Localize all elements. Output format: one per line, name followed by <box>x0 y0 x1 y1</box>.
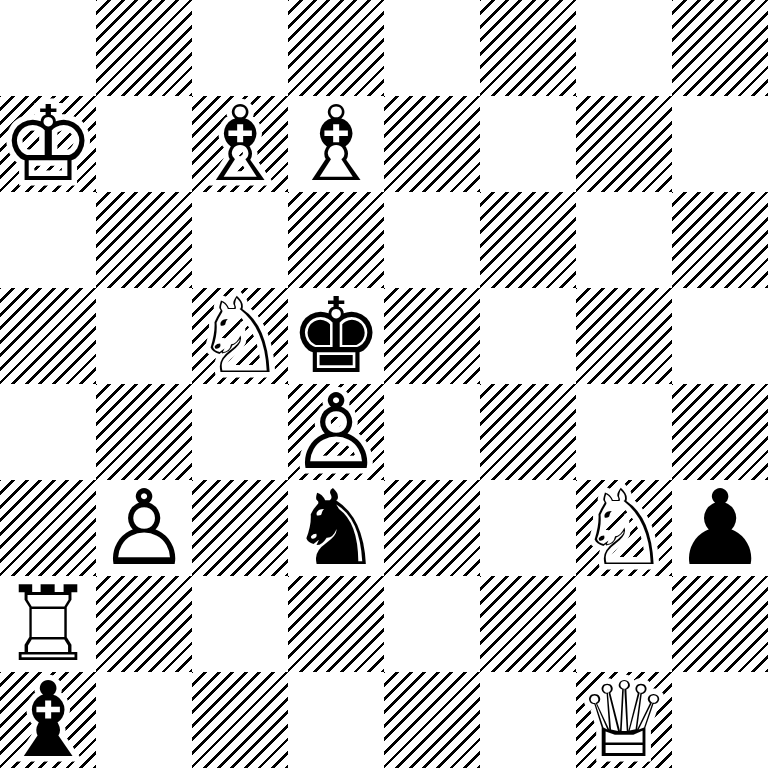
piece-white-king[interactable]: ♔ <box>0 96 96 192</box>
square-d6[interactable] <box>288 192 384 288</box>
square-c3[interactable] <box>192 480 288 576</box>
square-e3[interactable] <box>384 480 480 576</box>
white-knight-halo: ♘ <box>576 480 672 576</box>
square-g6[interactable] <box>576 192 672 288</box>
square-h6[interactable] <box>672 192 768 288</box>
square-e4[interactable] <box>384 384 480 480</box>
square-a1[interactable]: ♝♝ <box>0 672 96 768</box>
square-g8[interactable] <box>576 0 672 96</box>
square-e5[interactable] <box>384 288 480 384</box>
piece-white-rook[interactable]: ♖ <box>0 576 96 672</box>
piece-white-pawn[interactable]: ♙ <box>96 480 192 576</box>
square-f6[interactable] <box>480 192 576 288</box>
square-b6[interactable] <box>96 192 192 288</box>
square-h3[interactable]: ♟♟ <box>672 480 768 576</box>
square-b7[interactable] <box>96 96 192 192</box>
black-pawn-halo: ♟ <box>672 480 768 576</box>
square-e2[interactable] <box>384 576 480 672</box>
square-d3[interactable]: ♞♞ <box>288 480 384 576</box>
square-c7[interactable]: ♗♗ <box>192 96 288 192</box>
square-h4[interactable] <box>672 384 768 480</box>
square-f3[interactable] <box>480 480 576 576</box>
square-d8[interactable] <box>288 0 384 96</box>
white-pawn-halo: ♙ <box>288 384 384 480</box>
square-a8[interactable] <box>0 0 96 96</box>
square-h8[interactable] <box>672 0 768 96</box>
square-f8[interactable] <box>480 0 576 96</box>
square-b1[interactable] <box>96 672 192 768</box>
square-b5[interactable] <box>96 288 192 384</box>
white-knight-halo: ♘ <box>192 288 288 384</box>
black-king-halo: ♚ <box>288 288 384 384</box>
black-knight-halo: ♞ <box>288 480 384 576</box>
square-c1[interactable] <box>192 672 288 768</box>
square-h2[interactable] <box>672 576 768 672</box>
square-b4[interactable] <box>96 384 192 480</box>
piece-white-pawn[interactable]: ♙ <box>288 384 384 480</box>
square-f1[interactable] <box>480 672 576 768</box>
square-c2[interactable] <box>192 576 288 672</box>
square-b8[interactable] <box>96 0 192 96</box>
square-f7[interactable] <box>480 96 576 192</box>
piece-black-king[interactable]: ♚ <box>288 288 384 384</box>
square-a7[interactable]: ♔♔ <box>0 96 96 192</box>
square-g4[interactable] <box>576 384 672 480</box>
square-a2[interactable]: ♖♖ <box>0 576 96 672</box>
square-a6[interactable] <box>0 192 96 288</box>
square-a5[interactable] <box>0 288 96 384</box>
square-c4[interactable] <box>192 384 288 480</box>
piece-white-knight[interactable]: ♘ <box>192 288 288 384</box>
square-d1[interactable] <box>288 672 384 768</box>
square-b3[interactable]: ♙♙ <box>96 480 192 576</box>
white-bishop-halo: ♗ <box>288 96 384 192</box>
white-bishop-halo: ♗ <box>192 96 288 192</box>
piece-white-bishop[interactable]: ♗ <box>192 96 288 192</box>
square-e8[interactable] <box>384 0 480 96</box>
white-queen-halo: ♕ <box>576 672 672 768</box>
square-g1[interactable]: ♕♕ <box>576 672 672 768</box>
square-e6[interactable] <box>384 192 480 288</box>
square-c8[interactable] <box>192 0 288 96</box>
square-d4[interactable]: ♙♙ <box>288 384 384 480</box>
square-d2[interactable] <box>288 576 384 672</box>
piece-black-knight[interactable]: ♞ <box>288 480 384 576</box>
piece-black-bishop[interactable]: ♝ <box>0 672 96 768</box>
piece-white-knight[interactable]: ♘ <box>576 480 672 576</box>
square-h1[interactable] <box>672 672 768 768</box>
square-c6[interactable] <box>192 192 288 288</box>
square-a3[interactable] <box>0 480 96 576</box>
square-f4[interactable] <box>480 384 576 480</box>
square-g3[interactable]: ♘♘ <box>576 480 672 576</box>
white-pawn-halo: ♙ <box>96 480 192 576</box>
square-e1[interactable] <box>384 672 480 768</box>
square-b2[interactable] <box>96 576 192 672</box>
black-bishop-halo: ♝ <box>0 672 96 768</box>
square-a4[interactable] <box>0 384 96 480</box>
square-g5[interactable] <box>576 288 672 384</box>
square-c5[interactable]: ♘♘ <box>192 288 288 384</box>
chess-board: ♔♔♗♗♗♗♘♘♚♚♙♙♙♙♞♞♘♘♟♟♖♖♝♝♕♕ <box>0 0 768 768</box>
square-h7[interactable] <box>672 96 768 192</box>
piece-white-bishop[interactable]: ♗ <box>288 96 384 192</box>
square-f5[interactable] <box>480 288 576 384</box>
piece-white-queen[interactable]: ♕ <box>576 672 672 768</box>
piece-black-pawn[interactable]: ♟ <box>672 480 768 576</box>
square-h5[interactable] <box>672 288 768 384</box>
square-e7[interactable] <box>384 96 480 192</box>
square-g7[interactable] <box>576 96 672 192</box>
white-king-halo: ♔ <box>0 96 96 192</box>
white-rook-halo: ♖ <box>0 576 96 672</box>
square-d7[interactable]: ♗♗ <box>288 96 384 192</box>
square-g2[interactable] <box>576 576 672 672</box>
square-d5[interactable]: ♚♚ <box>288 288 384 384</box>
square-f2[interactable] <box>480 576 576 672</box>
